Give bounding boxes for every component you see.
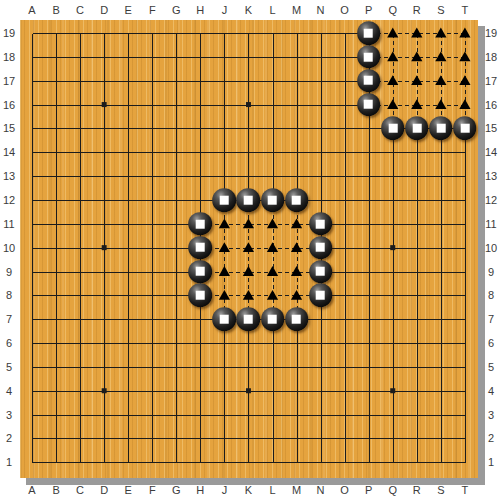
coord-label-top-F: F [149,5,156,16]
coord-label-left-12: 12 [3,194,15,205]
coord-label-right-4: 4 [488,385,494,396]
coord-label-top-Q: Q [388,5,397,16]
coord-label-top-P: P [365,5,372,16]
black-stone-J7[interactable] [213,307,237,331]
coord-label-left-7: 7 [6,314,12,325]
coord-label-right-19: 19 [485,28,497,39]
coord-label-bottom-O: O [340,485,349,496]
stone-square-mark-J12 [220,195,229,204]
coord-label-left-15: 15 [3,123,15,134]
stone-square-mark-T15 [460,124,469,133]
black-stone-L7[interactable] [261,307,285,331]
coord-label-bottom-H: H [196,485,204,496]
coord-label-bottom-B: B [52,485,59,496]
stone-square-mark-J7 [220,315,229,324]
coord-label-right-8: 8 [488,290,494,301]
coord-label-bottom-E: E [125,485,132,496]
coord-label-top-H: H [196,5,204,16]
coord-label-bottom-T: T [462,485,469,496]
coord-label-right-9: 9 [488,266,494,277]
black-stone-H10[interactable] [189,236,213,260]
black-stone-H9[interactable] [189,260,213,284]
stone-square-mark-S15 [436,124,445,133]
black-stone-N11[interactable] [309,212,333,236]
stone-square-mark-R15 [412,124,421,133]
coord-label-top-L: L [269,5,275,16]
black-stone-N10[interactable] [309,236,333,260]
coord-label-top-N: N [317,5,325,16]
coord-label-bottom-R: R [413,485,421,496]
coord-label-left-1: 1 [6,457,12,468]
coord-label-top-O: O [340,5,349,16]
coord-label-top-D: D [100,5,108,16]
stone-square-mark-P18 [364,52,373,61]
coord-label-top-B: B [52,5,59,16]
stone-square-mark-K7 [244,315,253,324]
coord-label-left-3: 3 [6,409,12,420]
coord-label-bottom-K: K [245,485,252,496]
coord-label-left-8: 8 [6,290,12,301]
board-shadow-right [478,26,485,484]
stone-square-mark-H10 [196,243,205,252]
coord-label-left-19: 19 [3,28,15,39]
black-stone-P17[interactable] [357,69,381,93]
coord-label-top-J: J [222,5,228,16]
coord-label-top-C: C [76,5,84,16]
coord-label-right-13: 13 [485,171,497,182]
coord-label-left-9: 9 [6,266,12,277]
coord-label-top-M: M [292,5,301,16]
black-stone-K12[interactable] [237,188,261,212]
coord-label-left-2: 2 [6,433,12,444]
black-stone-K7[interactable] [237,307,261,331]
stone-square-mark-L7 [268,315,277,324]
black-stone-N8[interactable] [309,284,333,308]
coord-label-top-K: K [245,5,252,16]
coord-label-bottom-A: A [28,485,35,496]
stone-square-mark-P16 [364,100,373,109]
coord-label-bottom-P: P [365,485,372,496]
coord-label-right-1: 1 [488,457,494,468]
coord-label-right-6: 6 [488,338,494,349]
stone-square-mark-P19 [364,29,373,38]
coord-label-right-3: 3 [488,409,494,420]
stone-square-mark-M7 [292,315,301,324]
black-stone-S15[interactable] [429,117,453,141]
stone-square-mark-N11 [316,219,325,228]
black-stone-Q15[interactable] [381,117,405,141]
stone-square-mark-N8 [316,291,325,300]
coord-label-top-S: S [437,5,444,16]
go-diagram: AABBCCDDEEFFGGHHJJKKLLMMNNOOPPQQRRSSTT19… [0,0,500,500]
coord-label-left-16: 16 [3,99,15,110]
coord-label-right-17: 17 [485,75,497,86]
black-stone-J12[interactable] [213,188,237,212]
coord-label-right-14: 14 [485,147,497,158]
stone-square-mark-N10 [316,243,325,252]
black-stone-P18[interactable] [357,45,381,69]
stone-square-mark-H11 [196,219,205,228]
coord-label-left-10: 10 [3,242,15,253]
coord-label-right-11: 11 [485,218,496,229]
coord-label-top-G: G [172,5,181,16]
black-stone-H11[interactable] [189,212,213,236]
coord-label-bottom-N: N [317,485,325,496]
black-stone-P19[interactable] [357,21,381,45]
black-stone-T15[interactable] [453,117,477,141]
coord-label-bottom-M: M [292,485,301,496]
stone-square-mark-H8 [196,291,205,300]
stone-square-mark-N9 [316,267,325,276]
stone-square-mark-P17 [364,76,373,85]
black-stone-H8[interactable] [189,284,213,308]
coord-label-right-18: 18 [485,51,497,62]
black-stone-N9[interactable] [309,260,333,284]
black-stone-L12[interactable] [261,188,285,212]
coord-label-left-4: 4 [6,385,12,396]
coord-label-left-14: 14 [3,147,15,158]
coord-label-bottom-Q: Q [388,485,397,496]
stone-square-mark-L12 [268,195,277,204]
black-stone-P16[interactable] [357,93,381,117]
coord-label-left-13: 13 [3,171,15,182]
coord-label-right-2: 2 [488,433,494,444]
coord-label-top-E: E [125,5,132,16]
coord-label-top-T: T [462,5,469,16]
coord-label-bottom-G: G [172,485,181,496]
coord-label-right-15: 15 [485,123,497,134]
black-stone-R15[interactable] [405,117,429,141]
coord-label-right-7: 7 [488,314,494,325]
coord-label-right-12: 12 [485,194,497,205]
black-stone-M7[interactable] [285,307,309,331]
coord-label-bottom-L: L [269,485,275,496]
coord-label-top-A: A [28,5,35,16]
coord-label-top-R: R [413,5,421,16]
black-stone-M12[interactable] [285,188,309,212]
coord-label-left-5: 5 [6,361,12,372]
coord-label-left-18: 18 [3,51,15,62]
coord-label-bottom-S: S [437,485,444,496]
coord-label-right-5: 5 [488,361,494,372]
coord-label-bottom-J: J [222,485,228,496]
stone-square-mark-H9 [196,267,205,276]
coord-label-bottom-C: C [76,485,84,496]
coord-label-left-6: 6 [6,338,12,349]
stone-square-mark-Q15 [388,124,397,133]
go-board-surface[interactable] [20,20,478,478]
stone-square-mark-K12 [244,195,253,204]
coord-label-bottom-D: D [100,485,108,496]
coord-label-left-17: 17 [3,75,15,86]
coord-label-bottom-F: F [149,485,156,496]
stone-square-mark-M12 [292,195,301,204]
coord-label-right-16: 16 [485,99,497,110]
coord-label-left-11: 11 [3,218,14,229]
coord-label-right-10: 10 [485,242,497,253]
